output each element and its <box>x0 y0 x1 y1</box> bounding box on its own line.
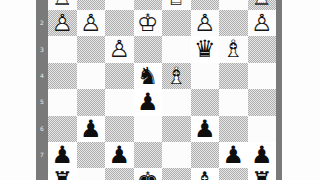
rank-label-6: 6 <box>36 125 48 133</box>
black-knight: ♞ <box>134 63 163 89</box>
square-f7[interactable]: ♟ <box>105 142 134 168</box>
square-g4[interactable] <box>77 63 106 89</box>
square-f1[interactable] <box>105 0 134 10</box>
square-a6[interactable] <box>248 116 277 142</box>
square-h4[interactable] <box>48 63 77 89</box>
square-e2[interactable]: ♔ <box>134 10 163 36</box>
rank-coordinate-strip: 234567 <box>36 0 48 180</box>
white-king: ♔ <box>134 10 163 36</box>
black-rook: ♜ <box>248 168 277 180</box>
square-d5[interactable] <box>162 89 191 115</box>
square-d6[interactable] <box>162 116 191 142</box>
square-g2[interactable]: ♙ <box>77 10 106 36</box>
square-d8[interactable] <box>162 168 191 180</box>
square-f8[interactable] <box>105 168 134 180</box>
rank-label-5: 5 <box>36 98 48 106</box>
square-b8[interactable] <box>219 168 248 180</box>
square-d4[interactable]: ♗ <box>162 63 191 89</box>
white-pawn: ♙ <box>191 10 220 36</box>
square-c5[interactable] <box>191 89 220 115</box>
black-pawn: ♟ <box>219 142 248 168</box>
square-c4[interactable] <box>191 63 220 89</box>
square-b3[interactable]: ♗ <box>219 36 248 62</box>
black-king: ♚ <box>134 168 163 180</box>
square-h6[interactable] <box>48 116 77 142</box>
square-b6[interactable] <box>219 116 248 142</box>
chess-board-screenshot: 234567 ♖♕♖♙♙♔♙♙♙♛♗♞♗♟♟♟♟♟♟♟♜♚♝♜ <box>0 0 320 180</box>
black-pawn: ♟ <box>48 142 77 168</box>
rank-label-3: 3 <box>36 46 48 54</box>
rank-label-7: 7 <box>36 151 48 159</box>
square-b7[interactable]: ♟ <box>219 142 248 168</box>
square-a8[interactable]: ♜ <box>248 168 277 180</box>
square-g7[interactable] <box>77 142 106 168</box>
square-b4[interactable] <box>219 63 248 89</box>
square-b2[interactable] <box>219 10 248 36</box>
square-f6[interactable] <box>105 116 134 142</box>
black-rook: ♜ <box>48 168 77 180</box>
square-g3[interactable] <box>77 36 106 62</box>
square-b5[interactable] <box>219 89 248 115</box>
square-e8[interactable]: ♚ <box>134 168 163 180</box>
white-bishop: ♗ <box>162 63 191 89</box>
square-a3[interactable] <box>248 36 277 62</box>
square-f3[interactable]: ♙ <box>105 36 134 62</box>
square-f5[interactable] <box>105 89 134 115</box>
black-pawn: ♟ <box>134 89 163 115</box>
square-e4[interactable]: ♞ <box>134 63 163 89</box>
square-a5[interactable] <box>248 89 277 115</box>
square-d1[interactable]: ♕ <box>162 0 191 10</box>
square-h3[interactable] <box>48 36 77 62</box>
square-g8[interactable] <box>77 168 106 180</box>
square-b1[interactable] <box>219 0 248 10</box>
rank-label-4: 4 <box>36 72 48 80</box>
square-e5[interactable]: ♟ <box>134 89 163 115</box>
square-g5[interactable] <box>77 89 106 115</box>
square-c2[interactable]: ♙ <box>191 10 220 36</box>
square-h5[interactable] <box>48 89 77 115</box>
black-pawn: ♟ <box>77 116 106 142</box>
square-f4[interactable] <box>105 63 134 89</box>
square-a7[interactable]: ♟ <box>248 142 277 168</box>
black-pawn: ♟ <box>191 116 220 142</box>
square-h8[interactable]: ♜ <box>48 168 77 180</box>
white-queen: ♕ <box>162 0 191 10</box>
square-d2[interactable] <box>162 10 191 36</box>
square-f2[interactable] <box>105 10 134 36</box>
square-c6[interactable]: ♟ <box>191 116 220 142</box>
square-h2[interactable]: ♙ <box>48 10 77 36</box>
square-e7[interactable] <box>134 142 163 168</box>
black-pawn: ♟ <box>248 142 277 168</box>
square-g6[interactable]: ♟ <box>77 116 106 142</box>
board-right-frame <box>276 0 282 180</box>
black-queen: ♛ <box>191 36 220 62</box>
rank-label-2: 2 <box>36 19 48 27</box>
square-a4[interactable] <box>248 63 277 89</box>
black-pawn: ♟ <box>105 142 134 168</box>
chess-board: ♖♕♖♙♙♔♙♙♙♛♗♞♗♟♟♟♟♟♟♟♜♚♝♜ <box>48 0 276 180</box>
white-pawn: ♙ <box>77 10 106 36</box>
white-pawn: ♙ <box>248 10 277 36</box>
white-pawn: ♙ <box>48 10 77 36</box>
square-h7[interactable]: ♟ <box>48 142 77 168</box>
square-e6[interactable] <box>134 116 163 142</box>
white-bishop: ♗ <box>219 36 248 62</box>
square-c3[interactable]: ♛ <box>191 36 220 62</box>
square-d3[interactable] <box>162 36 191 62</box>
square-a2[interactable]: ♙ <box>248 10 277 36</box>
square-c8[interactable]: ♝ <box>191 168 220 180</box>
white-pawn: ♙ <box>105 36 134 62</box>
square-c7[interactable] <box>191 142 220 168</box>
black-bishop: ♝ <box>191 168 220 180</box>
square-d7[interactable] <box>162 142 191 168</box>
square-e3[interactable] <box>134 36 163 62</box>
